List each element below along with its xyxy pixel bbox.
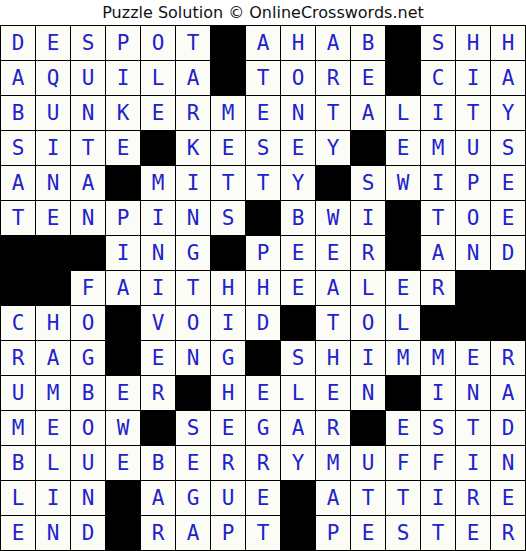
letter-cell: A — [316, 26, 350, 60]
letter-cell: A — [1, 61, 35, 95]
letter-cell: L — [1, 481, 35, 515]
letter-cell: C — [421, 61, 455, 95]
letter-cell: I — [351, 201, 385, 235]
black-cell — [491, 306, 525, 340]
letter-cell: M — [1, 411, 35, 445]
letter-cell: I — [106, 61, 140, 95]
letter-cell: G — [246, 411, 280, 445]
letter-cell: E — [456, 341, 490, 375]
letter-cell: N — [281, 96, 315, 130]
black-cell — [106, 341, 140, 375]
letter-cell: S — [281, 341, 315, 375]
letter-cell: F — [421, 446, 455, 480]
letter-cell: V — [141, 306, 175, 340]
letter-cell: I — [106, 236, 140, 270]
letter-cell: S — [1, 131, 35, 165]
letter-cell: E — [316, 376, 350, 410]
letter-cell: F — [71, 271, 105, 305]
letter-cell: I — [421, 166, 455, 200]
letter-cell: O — [456, 201, 490, 235]
letter-cell: H — [211, 376, 245, 410]
black-cell — [351, 131, 385, 165]
letter-cell: U — [351, 446, 385, 480]
black-cell — [386, 61, 420, 95]
letter-cell: I — [456, 61, 490, 95]
letter-cell: B — [141, 446, 175, 480]
black-cell — [106, 481, 140, 515]
letter-cell: P — [106, 26, 140, 60]
letter-cell: G — [176, 481, 210, 515]
black-cell — [1, 271, 35, 305]
letter-cell: H — [491, 26, 525, 60]
black-cell — [246, 201, 280, 235]
letter-cell: D — [491, 411, 525, 445]
letter-cell: N — [176, 341, 210, 375]
letter-cell: T — [351, 481, 385, 515]
letter-cell: H — [211, 271, 245, 305]
black-cell — [386, 201, 420, 235]
letter-cell: K — [106, 96, 140, 130]
letter-cell: M — [421, 131, 455, 165]
letter-cell: T — [316, 306, 350, 340]
letter-cell: T — [211, 166, 245, 200]
letter-cell: K — [176, 131, 210, 165]
letter-cell: Y — [491, 96, 525, 130]
letter-cell: A — [176, 516, 210, 550]
letter-cell: R — [176, 96, 210, 130]
black-cell — [106, 166, 140, 200]
letter-cell: C — [1, 306, 35, 340]
letter-cell: R — [141, 376, 175, 410]
letter-cell: N — [71, 96, 105, 130]
black-cell — [211, 61, 245, 95]
letter-cell: O — [71, 306, 105, 340]
letter-cell: T — [71, 131, 105, 165]
letter-cell: E — [36, 411, 70, 445]
letter-cell: R — [456, 481, 490, 515]
letter-cell: T — [1, 201, 35, 235]
letter-cell: N — [141, 236, 175, 270]
letter-cell: W — [316, 201, 350, 235]
letter-cell: P — [316, 516, 350, 550]
letter-cell: E — [211, 131, 245, 165]
letter-cell: W — [386, 166, 420, 200]
letter-cell: I — [141, 201, 175, 235]
black-cell — [211, 26, 245, 60]
letter-cell: Y — [281, 446, 315, 480]
letter-cell: E — [106, 376, 140, 410]
letter-cell: A — [421, 236, 455, 270]
letter-cell: O — [351, 306, 385, 340]
black-cell — [281, 516, 315, 550]
black-cell — [386, 236, 420, 270]
letter-cell: E — [141, 341, 175, 375]
letter-cell: S — [386, 516, 420, 550]
letter-cell: N — [71, 481, 105, 515]
black-cell — [36, 236, 70, 270]
black-cell — [351, 411, 385, 445]
letter-cell: U — [1, 376, 35, 410]
letter-cell: A — [316, 481, 350, 515]
letter-cell: D — [491, 236, 525, 270]
letter-cell: A — [316, 271, 350, 305]
black-cell — [281, 306, 315, 340]
letter-cell: O — [71, 411, 105, 445]
letter-cell: I — [176, 166, 210, 200]
black-cell — [1, 236, 35, 270]
letter-cell: G — [71, 341, 105, 375]
letter-cell: I — [141, 271, 175, 305]
letter-cell: F — [386, 446, 420, 480]
letter-cell: E — [176, 446, 210, 480]
letter-cell: I — [456, 446, 490, 480]
letter-cell: A — [141, 481, 175, 515]
letter-cell: T — [386, 481, 420, 515]
letter-cell: A — [71, 166, 105, 200]
letter-cell: B — [351, 26, 385, 60]
letter-cell: M — [421, 341, 455, 375]
black-cell — [71, 236, 105, 270]
letter-cell: Q — [36, 61, 70, 95]
letter-cell: P — [211, 516, 245, 550]
letter-cell: U — [71, 61, 105, 95]
letter-cell: N — [491, 446, 525, 480]
letter-cell: W — [106, 411, 140, 445]
letter-cell: P — [106, 201, 140, 235]
letter-cell: A — [1, 166, 35, 200]
letter-cell: E — [351, 61, 385, 95]
black-cell — [246, 341, 280, 375]
black-cell — [141, 131, 175, 165]
letter-cell: R — [316, 61, 350, 95]
letter-cell: I — [36, 131, 70, 165]
letter-cell: S — [421, 411, 455, 445]
letter-cell: E — [141, 96, 175, 130]
black-cell — [106, 516, 140, 550]
letter-cell: T — [246, 61, 280, 95]
letter-cell: H — [246, 271, 280, 305]
letter-cell: E — [351, 516, 385, 550]
letter-cell: E — [281, 131, 315, 165]
black-cell — [421, 306, 455, 340]
letter-cell: M — [141, 166, 175, 200]
crossword-grid: DESPOTAHABSHHAQUILATORECIABUNKERMENTALIT… — [0, 25, 526, 551]
letter-cell: E — [246, 96, 280, 130]
letter-cell: Y — [281, 166, 315, 200]
letter-cell: L — [351, 271, 385, 305]
letter-cell: S — [211, 201, 245, 235]
letter-cell: T — [316, 96, 350, 130]
letter-cell: A — [491, 376, 525, 410]
letter-cell: E — [386, 271, 420, 305]
letter-cell: M — [316, 446, 350, 480]
letter-cell: E — [456, 516, 490, 550]
letter-cell: P — [456, 166, 490, 200]
letter-cell: S — [246, 131, 280, 165]
letter-cell: E — [491, 201, 525, 235]
letter-cell: M — [211, 96, 245, 130]
letter-cell: G — [176, 236, 210, 270]
letter-cell: U — [71, 446, 105, 480]
letter-cell: S — [421, 26, 455, 60]
letter-cell: E — [386, 131, 420, 165]
letter-cell: T — [246, 516, 280, 550]
letter-cell: E — [106, 446, 140, 480]
letter-cell: R — [246, 446, 280, 480]
letter-cell: M — [386, 341, 420, 375]
black-cell — [281, 481, 315, 515]
letter-cell: I — [36, 481, 70, 515]
letter-cell: R — [421, 271, 455, 305]
letter-cell: E — [211, 411, 245, 445]
letter-cell: N — [71, 201, 105, 235]
letter-cell: O — [176, 306, 210, 340]
letter-cell: T — [456, 411, 490, 445]
letter-cell: A — [351, 96, 385, 130]
letter-cell: E — [491, 481, 525, 515]
letter-cell: U — [211, 481, 245, 515]
black-cell — [491, 271, 525, 305]
page-title: Puzzle Solution © OnlineCrosswords.net — [102, 3, 424, 22]
letter-cell: T — [421, 516, 455, 550]
letter-cell: T — [456, 96, 490, 130]
letter-cell: E — [281, 271, 315, 305]
letter-cell: I — [351, 341, 385, 375]
letter-cell: N — [456, 376, 490, 410]
letter-cell: A — [106, 271, 140, 305]
letter-cell: B — [1, 446, 35, 480]
letter-cell: B — [1, 96, 35, 130]
letter-cell: T — [176, 26, 210, 60]
black-cell — [176, 376, 210, 410]
letter-cell: A — [246, 26, 280, 60]
puzzle-solution-page: Puzzle Solution © OnlineCrosswords.net D… — [0, 0, 526, 551]
letter-cell: O — [281, 61, 315, 95]
letter-cell: Y — [316, 131, 350, 165]
black-cell — [141, 411, 175, 445]
letter-cell: R — [491, 516, 525, 550]
title-bar: Puzzle Solution © OnlineCrosswords.net — [0, 0, 526, 25]
letter-cell: L — [141, 61, 175, 95]
letter-cell: R — [316, 411, 350, 445]
letter-cell: A — [36, 341, 70, 375]
black-cell — [211, 236, 245, 270]
letter-cell: I — [421, 481, 455, 515]
letter-cell: H — [316, 341, 350, 375]
letter-cell: I — [421, 96, 455, 130]
letter-cell: H — [36, 306, 70, 340]
letter-cell: S — [176, 411, 210, 445]
letter-cell: B — [71, 376, 105, 410]
letter-cell: E — [316, 236, 350, 270]
letter-cell: E — [106, 131, 140, 165]
letter-cell: N — [456, 236, 490, 270]
letter-cell: L — [386, 306, 420, 340]
letter-cell: T — [421, 201, 455, 235]
letter-cell: H — [456, 26, 490, 60]
letter-cell: T — [176, 271, 210, 305]
black-cell — [386, 376, 420, 410]
letter-cell: N — [351, 376, 385, 410]
letter-cell: D — [1, 26, 35, 60]
letter-cell: G — [211, 341, 245, 375]
letter-cell: U — [36, 96, 70, 130]
letter-cell: L — [281, 376, 315, 410]
letter-cell: E — [36, 201, 70, 235]
black-cell — [386, 26, 420, 60]
letter-cell: R — [141, 516, 175, 550]
letter-cell: T — [246, 166, 280, 200]
letter-cell: E — [246, 481, 280, 515]
letter-cell: L — [386, 96, 420, 130]
letter-cell: R — [1, 341, 35, 375]
letter-cell: R — [351, 236, 385, 270]
letter-cell: E — [36, 26, 70, 60]
letter-cell: L — [36, 446, 70, 480]
letter-cell: S — [491, 131, 525, 165]
black-cell — [36, 271, 70, 305]
letter-cell: N — [176, 201, 210, 235]
letter-cell: E — [386, 411, 420, 445]
letter-cell: E — [1, 516, 35, 550]
letter-cell: P — [246, 236, 280, 270]
black-cell — [456, 306, 490, 340]
letter-cell: B — [281, 201, 315, 235]
letter-cell: R — [211, 446, 245, 480]
black-cell — [316, 166, 350, 200]
letter-cell: E — [281, 236, 315, 270]
letter-cell: S — [351, 166, 385, 200]
letter-cell: A — [281, 411, 315, 445]
black-cell — [106, 306, 140, 340]
letter-cell: O — [141, 26, 175, 60]
letter-cell: N — [36, 166, 70, 200]
letter-cell: M — [36, 376, 70, 410]
letter-cell: N — [36, 516, 70, 550]
black-cell — [456, 271, 490, 305]
letter-cell: D — [71, 516, 105, 550]
letter-cell: H — [281, 26, 315, 60]
letter-cell: D — [246, 306, 280, 340]
letter-cell: R — [491, 341, 525, 375]
letter-cell: E — [246, 376, 280, 410]
letter-cell: I — [211, 306, 245, 340]
letter-cell: A — [176, 61, 210, 95]
letter-cell: S — [71, 26, 105, 60]
letter-cell: U — [456, 131, 490, 165]
letter-cell: A — [491, 61, 525, 95]
letter-cell: E — [491, 166, 525, 200]
letter-cell: I — [421, 376, 455, 410]
